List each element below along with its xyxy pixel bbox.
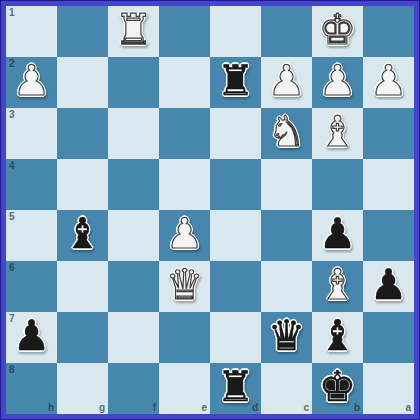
square-f4[interactable] (108, 159, 159, 210)
square-c4[interactable] (261, 159, 312, 210)
piece-white-pawn[interactable]: ♟ (166, 208, 204, 259)
square-h5[interactable]: 5 (6, 210, 57, 261)
file-label-a: a (405, 402, 411, 413)
square-e7[interactable] (159, 312, 210, 363)
square-a2[interactable]: ♟ (363, 57, 414, 108)
square-e8[interactable]: e (159, 363, 210, 414)
square-d2[interactable]: ♜ (210, 57, 261, 108)
piece-white-queen[interactable]: ♛ (166, 259, 204, 310)
piece-white-pawn[interactable]: ♟ (268, 55, 306, 106)
square-d6[interactable] (210, 261, 261, 312)
square-h4[interactable]: 4 (6, 159, 57, 210)
square-g4[interactable] (57, 159, 108, 210)
square-f6[interactable] (108, 261, 159, 312)
square-c6[interactable] (261, 261, 312, 312)
square-h3[interactable]: 3 (6, 108, 57, 159)
piece-black-queen[interactable]: ♛ (268, 310, 306, 361)
square-f2[interactable] (108, 57, 159, 108)
file-label-h: h (48, 402, 54, 413)
square-h7[interactable]: 7♟ (6, 312, 57, 363)
piece-black-pawn[interactable]: ♟ (319, 208, 357, 259)
square-b8[interactable]: b♚ (312, 363, 363, 414)
square-e1[interactable] (159, 6, 210, 57)
square-d3[interactable] (210, 108, 261, 159)
square-b5[interactable]: ♟ (312, 210, 363, 261)
piece-white-king[interactable]: ♚ (319, 4, 357, 55)
square-a7[interactable] (363, 312, 414, 363)
rank-label-4: 4 (9, 160, 15, 171)
rank-label-6: 6 (9, 262, 15, 273)
piece-white-knight[interactable]: ♞ (268, 106, 306, 157)
square-g6[interactable] (57, 261, 108, 312)
rank-label-1: 1 (9, 7, 15, 18)
square-d8[interactable]: d♜ (210, 363, 261, 414)
rank-label-8: 8 (9, 364, 15, 375)
square-d5[interactable] (210, 210, 261, 261)
square-c2[interactable]: ♟ (261, 57, 312, 108)
square-g2[interactable] (57, 57, 108, 108)
square-c1[interactable] (261, 6, 312, 57)
square-a6[interactable]: ♟ (363, 261, 414, 312)
square-g8[interactable]: g (57, 363, 108, 414)
square-e6[interactable]: ♛ (159, 261, 210, 312)
square-h8[interactable]: 8h (6, 363, 57, 414)
board-frame: 1♜♚2♟♜♟♟♟3♞♝45♝♟♟6♛♝♟7♟♛♝8hgfed♜cb♚a (0, 0, 420, 420)
square-c3[interactable]: ♞ (261, 108, 312, 159)
chess-board: 1♜♚2♟♜♟♟♟3♞♝45♝♟♟6♛♝♟7♟♛♝8hgfed♜cb♚a (6, 6, 414, 414)
square-e2[interactable] (159, 57, 210, 108)
square-e3[interactable] (159, 108, 210, 159)
square-a1[interactable] (363, 6, 414, 57)
square-f7[interactable] (108, 312, 159, 363)
square-g7[interactable] (57, 312, 108, 363)
piece-black-pawn[interactable]: ♟ (370, 259, 408, 310)
square-a3[interactable] (363, 108, 414, 159)
square-d1[interactable] (210, 6, 261, 57)
square-a4[interactable] (363, 159, 414, 210)
square-b7[interactable]: ♝ (312, 312, 363, 363)
square-a8[interactable]: a (363, 363, 414, 414)
square-f1[interactable]: ♜ (108, 6, 159, 57)
file-label-c: c (303, 402, 309, 413)
square-b1[interactable]: ♚ (312, 6, 363, 57)
piece-black-rook[interactable]: ♜ (217, 361, 255, 412)
piece-white-pawn[interactable]: ♟ (319, 55, 357, 106)
square-b6[interactable]: ♝ (312, 261, 363, 312)
square-c7[interactable]: ♛ (261, 312, 312, 363)
file-label-e: e (201, 402, 207, 413)
square-f3[interactable] (108, 108, 159, 159)
piece-white-bishop[interactable]: ♝ (319, 106, 357, 157)
square-g5[interactable]: ♝ (57, 210, 108, 261)
square-b2[interactable]: ♟ (312, 57, 363, 108)
square-f8[interactable]: f (108, 363, 159, 414)
square-d7[interactable] (210, 312, 261, 363)
square-c8[interactable]: c (261, 363, 312, 414)
square-c5[interactable] (261, 210, 312, 261)
square-g1[interactable] (57, 6, 108, 57)
file-label-f: f (153, 402, 156, 413)
piece-black-king[interactable]: ♚ (319, 361, 357, 412)
piece-white-rook[interactable]: ♜ (115, 4, 153, 55)
square-a5[interactable] (363, 210, 414, 261)
square-e4[interactable] (159, 159, 210, 210)
piece-black-bishop[interactable]: ♝ (64, 208, 102, 259)
square-b4[interactable] (312, 159, 363, 210)
square-h2[interactable]: 2♟ (6, 57, 57, 108)
square-d4[interactable] (210, 159, 261, 210)
square-h6[interactable]: 6 (6, 261, 57, 312)
square-e5[interactable]: ♟ (159, 210, 210, 261)
square-b3[interactable]: ♝ (312, 108, 363, 159)
square-f5[interactable] (108, 210, 159, 261)
piece-black-pawn[interactable]: ♟ (13, 310, 51, 361)
piece-black-rook[interactable]: ♜ (217, 55, 255, 106)
rank-label-3: 3 (9, 109, 15, 120)
square-h1[interactable]: 1 (6, 6, 57, 57)
piece-white-pawn[interactable]: ♟ (13, 55, 51, 106)
piece-white-bishop[interactable]: ♝ (319, 259, 357, 310)
piece-white-pawn[interactable]: ♟ (370, 55, 408, 106)
file-label-g: g (99, 402, 105, 413)
square-g3[interactable] (57, 108, 108, 159)
piece-black-bishop[interactable]: ♝ (319, 310, 357, 361)
rank-label-5: 5 (9, 211, 15, 222)
